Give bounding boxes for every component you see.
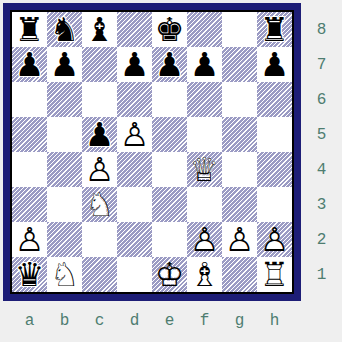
piece-black-bishop: ♝	[82, 12, 117, 47]
white-piece-outline: ♕	[187, 152, 222, 187]
black-piece-glyph: ♟	[152, 47, 187, 82]
piece-white-knight: ♞♘	[47, 257, 82, 292]
white-piece-fill: ♞	[47, 257, 82, 292]
rank-label-8: 8	[301, 12, 342, 47]
square-c6[interactable]	[82, 82, 117, 117]
white-piece-outline: ♙	[187, 222, 222, 257]
file-label-d: d	[117, 303, 152, 339]
square-d8[interactable]	[117, 12, 152, 47]
white-piece-fill: ♛	[187, 152, 222, 187]
square-a2[interactable]: ♟♙	[12, 222, 47, 257]
white-piece-outline: ♔	[152, 257, 187, 292]
square-f7[interactable]: ♟	[187, 47, 222, 82]
file-label-a: a	[12, 303, 47, 339]
square-e2[interactable]	[152, 222, 187, 257]
black-piece-glyph: ♟	[187, 47, 222, 82]
white-piece-outline: ♙	[12, 222, 47, 257]
square-f1[interactable]: ♝♗	[187, 257, 222, 292]
piece-black-pawn: ♟	[257, 47, 292, 82]
square-a4[interactable]	[12, 152, 47, 187]
square-d1[interactable]	[117, 257, 152, 292]
square-f8[interactable]	[187, 12, 222, 47]
square-b4[interactable]	[47, 152, 82, 187]
piece-white-queen: ♛♕	[187, 152, 222, 187]
square-d2[interactable]	[117, 222, 152, 257]
white-piece-fill: ♟	[222, 222, 257, 257]
square-e1[interactable]: ♚♔	[152, 257, 187, 292]
square-a5[interactable]	[12, 117, 47, 152]
file-label-f: f	[187, 303, 222, 339]
square-f2[interactable]: ♟♙	[187, 222, 222, 257]
black-piece-glyph: ♟	[12, 47, 47, 82]
white-piece-outline: ♘	[82, 187, 117, 222]
piece-black-pawn: ♟	[47, 47, 82, 82]
square-f4[interactable]: ♛♕	[187, 152, 222, 187]
white-piece-fill: ♟	[12, 222, 47, 257]
square-h4[interactable]	[257, 152, 292, 187]
square-f5[interactable]	[187, 117, 222, 152]
square-g3[interactable]	[222, 187, 257, 222]
square-h6[interactable]	[257, 82, 292, 117]
piece-black-pawn: ♟	[82, 117, 117, 152]
square-f3[interactable]	[187, 187, 222, 222]
piece-black-pawn: ♟	[117, 47, 152, 82]
piece-white-bishop: ♝♗	[187, 257, 222, 292]
square-d7[interactable]: ♟	[117, 47, 152, 82]
rank-label-4: 4	[301, 152, 342, 187]
white-piece-fill: ♟	[82, 152, 117, 187]
piece-black-pawn: ♟	[152, 47, 187, 82]
square-g4[interactable]	[222, 152, 257, 187]
white-piece-outline: ♖	[257, 257, 292, 292]
square-e6[interactable]	[152, 82, 187, 117]
piece-black-rook: ♜	[12, 12, 47, 47]
square-a8[interactable]: ♜	[12, 12, 47, 47]
piece-white-pawn: ♟♙	[187, 222, 222, 257]
square-h1[interactable]: ♜♖	[257, 257, 292, 292]
square-b5[interactable]	[47, 117, 82, 152]
rank-label-7: 7	[301, 47, 342, 82]
square-a7[interactable]: ♟	[12, 47, 47, 82]
rank-labels: 87654321	[301, 12, 342, 292]
square-b7[interactable]: ♟	[47, 47, 82, 82]
piece-white-pawn: ♟♙	[12, 222, 47, 257]
white-piece-fill: ♟	[257, 222, 292, 257]
square-h8[interactable]: ♜	[257, 12, 292, 47]
square-a3[interactable]	[12, 187, 47, 222]
black-piece-glyph: ♟	[82, 117, 117, 152]
square-g8[interactable]	[222, 12, 257, 47]
white-piece-fill: ♜	[257, 257, 292, 292]
file-label-h: h	[257, 303, 292, 339]
chess-board-frame: ♜♞♝♚♜♟♟♟♟♟♟♟♟♙♟♙♛♕♞♘♟♙♟♙♟♙♟♙♛♞♘♚♔♝♗♜♖	[3, 3, 301, 301]
black-piece-glyph: ♚	[152, 12, 187, 47]
square-g2[interactable]: ♟♙	[222, 222, 257, 257]
piece-white-pawn: ♟♙	[222, 222, 257, 257]
square-h7[interactable]: ♟	[257, 47, 292, 82]
square-e4[interactable]	[152, 152, 187, 187]
square-g7[interactable]	[222, 47, 257, 82]
square-c1[interactable]	[82, 257, 117, 292]
piece-black-pawn: ♟	[12, 47, 47, 82]
rank-label-1: 1	[301, 257, 342, 292]
piece-white-pawn: ♟♙	[82, 152, 117, 187]
rank-label-5: 5	[301, 117, 342, 152]
square-f6[interactable]	[187, 82, 222, 117]
file-label-e: e	[152, 303, 187, 339]
black-piece-glyph: ♟	[257, 47, 292, 82]
square-b6[interactable]	[47, 82, 82, 117]
file-labels: abcdefgh	[12, 303, 292, 339]
white-piece-outline: ♙	[117, 117, 152, 152]
square-h2[interactable]: ♟♙	[257, 222, 292, 257]
piece-black-pawn: ♟	[187, 47, 222, 82]
white-piece-outline: ♙	[82, 152, 117, 187]
square-b2[interactable]	[47, 222, 82, 257]
board-grid: ♜♞♝♚♜♟♟♟♟♟♟♟♟♙♟♙♛♕♞♘♟♙♟♙♟♙♟♙♛♞♘♚♔♝♗♜♖	[12, 12, 292, 292]
square-h5[interactable]	[257, 117, 292, 152]
square-e8[interactable]: ♚	[152, 12, 187, 47]
square-b1[interactable]: ♞♘	[47, 257, 82, 292]
white-piece-fill: ♟	[187, 222, 222, 257]
chess-board: ♜♞♝♚♜♟♟♟♟♟♟♟♟♙♟♙♛♕♞♘♟♙♟♙♟♙♟♙♛♞♘♚♔♝♗♜♖	[10, 10, 294, 294]
black-piece-glyph: ♛	[12, 257, 47, 292]
piece-black-rook: ♜	[257, 12, 292, 47]
white-piece-fill: ♝	[187, 257, 222, 292]
square-e3[interactable]	[152, 187, 187, 222]
square-d3[interactable]	[117, 187, 152, 222]
piece-black-queen: ♛	[12, 257, 47, 292]
black-piece-glyph: ♜	[12, 12, 47, 47]
square-a1[interactable]: ♛	[12, 257, 47, 292]
square-e5[interactable]	[152, 117, 187, 152]
square-a6[interactable]	[12, 82, 47, 117]
square-c8[interactable]: ♝	[82, 12, 117, 47]
black-piece-glyph: ♜	[257, 12, 292, 47]
black-piece-glyph: ♟	[47, 47, 82, 82]
square-g1[interactable]	[222, 257, 257, 292]
white-piece-outline: ♙	[257, 222, 292, 257]
square-d4[interactable]	[117, 152, 152, 187]
square-b3[interactable]	[47, 187, 82, 222]
file-label-g: g	[222, 303, 257, 339]
square-c7[interactable]	[82, 47, 117, 82]
white-piece-fill: ♚	[152, 257, 187, 292]
square-g5[interactable]	[222, 117, 257, 152]
rank-label-2: 2	[301, 222, 342, 257]
file-label-c: c	[82, 303, 117, 339]
piece-white-pawn: ♟♙	[257, 222, 292, 257]
white-piece-fill: ♟	[117, 117, 152, 152]
square-c4[interactable]: ♟♙	[82, 152, 117, 187]
white-piece-outline: ♘	[47, 257, 82, 292]
black-piece-glyph: ♟	[117, 47, 152, 82]
square-c3[interactable]: ♞♘	[82, 187, 117, 222]
square-d5[interactable]: ♟♙	[117, 117, 152, 152]
rank-label-3: 3	[301, 187, 342, 222]
square-g6[interactable]	[222, 82, 257, 117]
chess-diagram: ♜♞♝♚♜♟♟♟♟♟♟♟♟♙♟♙♛♕♞♘♟♙♟♙♟♙♟♙♛♞♘♚♔♝♗♜♖ ab…	[0, 0, 342, 342]
square-d6[interactable]	[117, 82, 152, 117]
piece-white-pawn: ♟♙	[117, 117, 152, 152]
square-c2[interactable]	[82, 222, 117, 257]
rank-label-6: 6	[301, 82, 342, 117]
black-piece-glyph: ♝	[82, 12, 117, 47]
piece-black-king: ♚	[152, 12, 187, 47]
piece-black-knight: ♞	[47, 12, 82, 47]
piece-white-rook: ♜♖	[257, 257, 292, 292]
black-piece-glyph: ♞	[47, 12, 82, 47]
white-piece-outline: ♗	[187, 257, 222, 292]
piece-white-knight: ♞♘	[82, 187, 117, 222]
white-piece-fill: ♞	[82, 187, 117, 222]
piece-white-king: ♚♔	[152, 257, 187, 292]
square-e7[interactable]: ♟	[152, 47, 187, 82]
file-label-b: b	[47, 303, 82, 339]
square-h3[interactable]	[257, 187, 292, 222]
square-c5[interactable]: ♟	[82, 117, 117, 152]
white-piece-outline: ♙	[222, 222, 257, 257]
square-b8[interactable]: ♞	[47, 12, 82, 47]
